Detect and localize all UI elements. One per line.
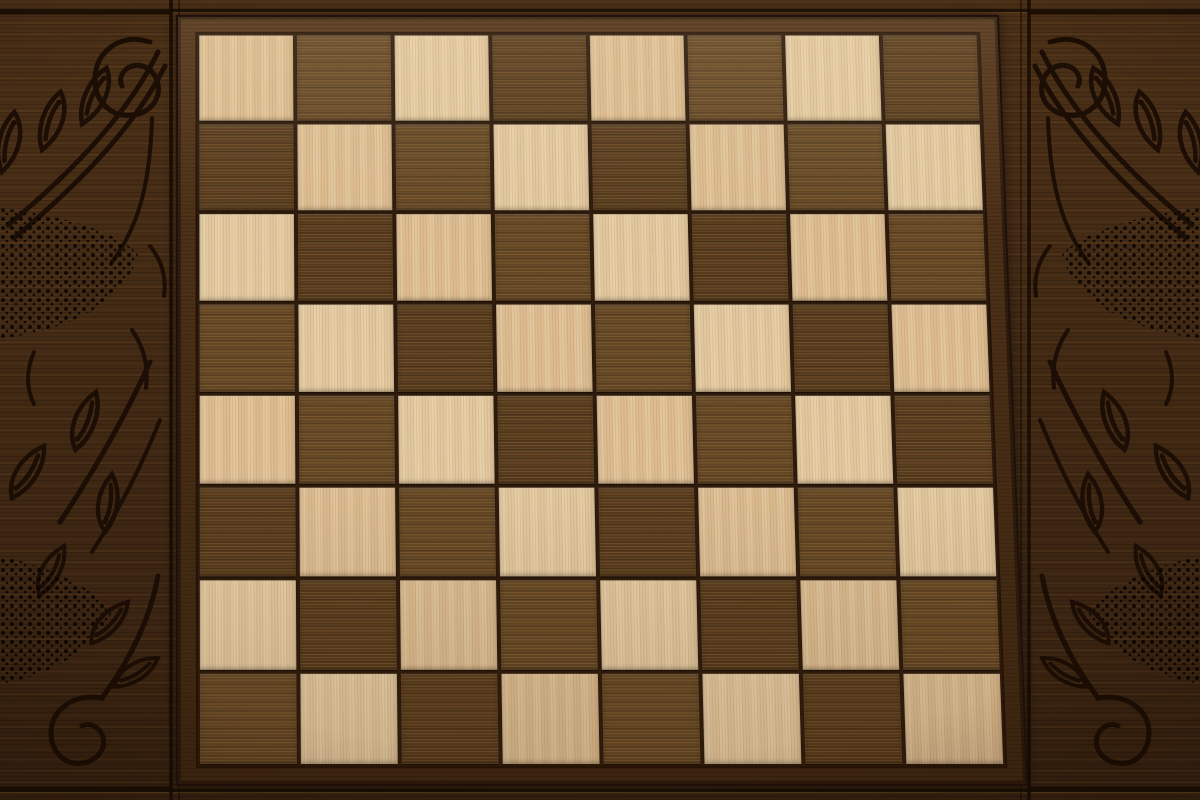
- square-e8[interactable]: [590, 36, 686, 121]
- square-f1[interactable]: [702, 674, 801, 764]
- square-b8[interactable]: [297, 36, 392, 121]
- square-e5[interactable]: [595, 305, 692, 392]
- square-h2[interactable]: [900, 580, 999, 670]
- square-h4[interactable]: [894, 396, 993, 484]
- square-a2[interactable]: [200, 580, 297, 670]
- square-c1[interactable]: [401, 674, 499, 764]
- square-a5[interactable]: [199, 305, 294, 392]
- square-d2[interactable]: [500, 580, 598, 670]
- square-f2[interactable]: [700, 580, 799, 670]
- square-h7[interactable]: [886, 124, 983, 210]
- square-a7[interactable]: [199, 124, 294, 210]
- square-e3[interactable]: [598, 488, 696, 577]
- carved-chess-table: [0, 0, 1200, 800]
- square-c6[interactable]: [396, 214, 492, 301]
- square-b5[interactable]: [298, 305, 394, 392]
- square-b6[interactable]: [298, 214, 393, 301]
- square-d3[interactable]: [499, 488, 596, 577]
- square-g2[interactable]: [800, 580, 899, 670]
- square-a1[interactable]: [200, 674, 297, 764]
- square-d7[interactable]: [493, 124, 589, 210]
- square-d5[interactable]: [496, 305, 593, 392]
- square-f6[interactable]: [692, 214, 789, 301]
- square-b4[interactable]: [299, 396, 395, 484]
- square-g6[interactable]: [790, 214, 887, 301]
- square-c2[interactable]: [400, 580, 497, 670]
- square-d8[interactable]: [492, 36, 587, 121]
- square-e1[interactable]: [602, 674, 701, 764]
- square-c5[interactable]: [397, 305, 493, 392]
- square-b7[interactable]: [297, 124, 392, 210]
- square-g4[interactable]: [795, 396, 893, 484]
- square-d4[interactable]: [497, 396, 594, 484]
- square-g7[interactable]: [788, 124, 885, 210]
- square-e2[interactable]: [600, 580, 698, 670]
- square-e7[interactable]: [591, 124, 687, 210]
- square-f3[interactable]: [698, 488, 796, 577]
- square-c3[interactable]: [399, 488, 496, 577]
- square-b3[interactable]: [299, 488, 396, 577]
- square-a8[interactable]: [199, 36, 293, 121]
- square-d1[interactable]: [501, 674, 599, 764]
- square-e6[interactable]: [593, 214, 690, 301]
- square-h8[interactable]: [883, 36, 980, 121]
- square-h1[interactable]: [903, 674, 1003, 764]
- square-b1[interactable]: [300, 674, 397, 764]
- square-a4[interactable]: [200, 396, 296, 484]
- square-a6[interactable]: [199, 214, 294, 301]
- square-d6[interactable]: [495, 214, 591, 301]
- square-h5[interactable]: [891, 305, 989, 392]
- square-a3[interactable]: [200, 488, 296, 577]
- square-f4[interactable]: [696, 396, 794, 484]
- floral-carving-icon: [0, 0, 190, 800]
- square-g3[interactable]: [798, 488, 897, 577]
- square-f5[interactable]: [694, 305, 791, 392]
- square-c7[interactable]: [395, 124, 490, 210]
- square-g5[interactable]: [793, 305, 891, 392]
- square-g1[interactable]: [803, 674, 902, 764]
- square-h6[interactable]: [888, 214, 986, 301]
- square-f7[interactable]: [690, 124, 787, 210]
- chess-board: [195, 32, 1007, 768]
- chess-board-frame: [176, 15, 1028, 786]
- right-carved-panel: [1010, 0, 1200, 800]
- square-e4[interactable]: [597, 396, 694, 484]
- square-c4[interactable]: [398, 396, 495, 484]
- floral-carving-icon: [1010, 0, 1200, 800]
- square-f8[interactable]: [687, 36, 783, 121]
- left-carved-panel: [0, 0, 190, 800]
- square-c8[interactable]: [394, 36, 489, 121]
- square-g8[interactable]: [785, 36, 882, 121]
- square-b2[interactable]: [300, 580, 397, 670]
- square-h3[interactable]: [897, 488, 996, 577]
